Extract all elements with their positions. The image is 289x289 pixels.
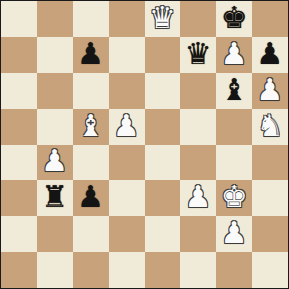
- white-pawn[interactable]: ♟: [221, 218, 248, 248]
- square-g1[interactable]: [216, 252, 252, 288]
- square-d8[interactable]: [109, 1, 145, 37]
- black-king[interactable]: ♚: [221, 3, 248, 33]
- square-g3[interactable]: ♚: [216, 180, 252, 216]
- white-king[interactable]: ♚: [221, 182, 248, 212]
- square-d4[interactable]: [109, 145, 145, 181]
- black-pawn[interactable]: ♟: [257, 39, 284, 69]
- square-c5[interactable]: ♝: [73, 109, 109, 145]
- square-e4[interactable]: [145, 145, 181, 181]
- chess-board: ♛♚♟♛♟♟♝♟♝♟♞♟♜♟♟♚♟: [1, 1, 288, 288]
- square-c1[interactable]: [73, 252, 109, 288]
- square-b1[interactable]: [37, 252, 73, 288]
- square-b7[interactable]: [37, 37, 73, 73]
- square-h4[interactable]: [252, 145, 288, 181]
- square-c3[interactable]: ♟: [73, 180, 109, 216]
- square-d1[interactable]: [109, 252, 145, 288]
- white-pawn[interactable]: ♟: [113, 111, 140, 141]
- square-f1[interactable]: [180, 252, 216, 288]
- square-h7[interactable]: ♟: [252, 37, 288, 73]
- square-f7[interactable]: ♛: [180, 37, 216, 73]
- black-pawn[interactable]: ♟: [77, 39, 104, 69]
- square-a2[interactable]: [1, 216, 37, 252]
- square-b3[interactable]: ♜: [37, 180, 73, 216]
- square-a6[interactable]: [1, 73, 37, 109]
- square-a4[interactable]: [1, 145, 37, 181]
- square-a5[interactable]: [1, 109, 37, 145]
- square-g5[interactable]: [216, 109, 252, 145]
- white-pawn[interactable]: ♟: [41, 146, 68, 176]
- square-d2[interactable]: [109, 216, 145, 252]
- square-b8[interactable]: [37, 1, 73, 37]
- square-c4[interactable]: [73, 145, 109, 181]
- square-f5[interactable]: [180, 109, 216, 145]
- square-a1[interactable]: [1, 252, 37, 288]
- square-c7[interactable]: ♟: [73, 37, 109, 73]
- square-e1[interactable]: [145, 252, 181, 288]
- black-bishop[interactable]: ♝: [221, 75, 248, 105]
- square-h8[interactable]: [252, 1, 288, 37]
- square-e8[interactable]: ♛: [145, 1, 181, 37]
- square-a7[interactable]: [1, 37, 37, 73]
- square-a8[interactable]: [1, 1, 37, 37]
- square-c2[interactable]: [73, 216, 109, 252]
- square-h3[interactable]: [252, 180, 288, 216]
- square-g7[interactable]: ♟: [216, 37, 252, 73]
- square-f4[interactable]: [180, 145, 216, 181]
- white-pawn[interactable]: ♟: [257, 75, 284, 105]
- square-f6[interactable]: [180, 73, 216, 109]
- black-queen[interactable]: ♛: [185, 39, 212, 69]
- square-b4[interactable]: ♟: [37, 145, 73, 181]
- square-f2[interactable]: [180, 216, 216, 252]
- square-h2[interactable]: [252, 216, 288, 252]
- square-h6[interactable]: ♟: [252, 73, 288, 109]
- white-pawn[interactable]: ♟: [221, 39, 248, 69]
- square-g4[interactable]: [216, 145, 252, 181]
- square-g8[interactable]: ♚: [216, 1, 252, 37]
- white-knight[interactable]: ♞: [257, 111, 284, 141]
- square-c6[interactable]: [73, 73, 109, 109]
- square-e5[interactable]: [145, 109, 181, 145]
- square-e3[interactable]: [145, 180, 181, 216]
- square-d7[interactable]: [109, 37, 145, 73]
- square-c8[interactable]: [73, 1, 109, 37]
- square-b2[interactable]: [37, 216, 73, 252]
- square-a3[interactable]: [1, 180, 37, 216]
- black-pawn[interactable]: ♟: [77, 182, 104, 212]
- square-d3[interactable]: [109, 180, 145, 216]
- square-e7[interactable]: [145, 37, 181, 73]
- square-h1[interactable]: [252, 252, 288, 288]
- square-h5[interactable]: ♞: [252, 109, 288, 145]
- white-pawn[interactable]: ♟: [185, 182, 212, 212]
- square-d6[interactable]: [109, 73, 145, 109]
- square-b5[interactable]: [37, 109, 73, 145]
- square-f8[interactable]: [180, 1, 216, 37]
- square-f3[interactable]: ♟: [180, 180, 216, 216]
- square-b6[interactable]: [37, 73, 73, 109]
- white-bishop[interactable]: ♝: [77, 111, 104, 141]
- square-e2[interactable]: [145, 216, 181, 252]
- square-e6[interactable]: [145, 73, 181, 109]
- chess-board-frame: ♛♚♟♛♟♟♝♟♝♟♞♟♜♟♟♚♟: [0, 0, 289, 289]
- square-g6[interactable]: ♝: [216, 73, 252, 109]
- square-g2[interactable]: ♟: [216, 216, 252, 252]
- black-rook[interactable]: ♜: [41, 182, 68, 212]
- white-queen[interactable]: ♛: [149, 3, 176, 33]
- square-d5[interactable]: ♟: [109, 109, 145, 145]
